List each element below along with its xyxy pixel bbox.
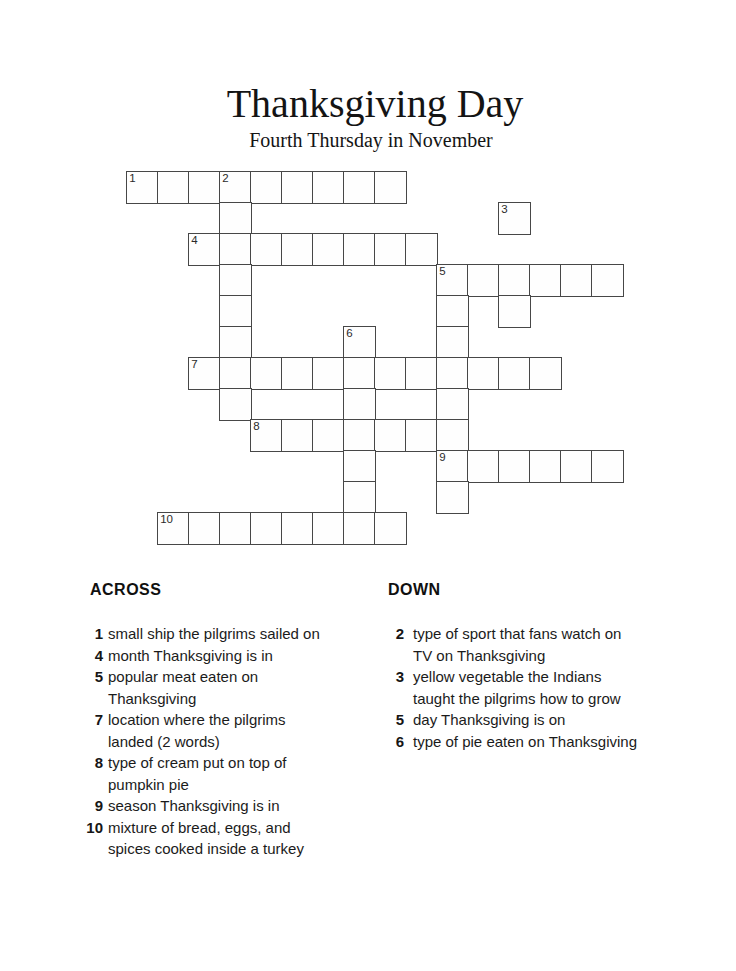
clue-number: 8 — [85, 752, 103, 774]
grid-cell[interactable] — [219, 326, 252, 359]
grid-cell[interactable] — [343, 481, 376, 514]
clue-number: 3 — [390, 666, 404, 688]
grid-cell[interactable]: 1 — [126, 171, 159, 204]
clue: 8type of cream put on top ofpumpkin pie — [85, 752, 365, 795]
clue-line: taught the pilgrims how to grow — [413, 688, 621, 710]
clue: 2type of sport that fans watch onTV on T… — [390, 623, 680, 666]
crossword-grid: 12345678910 — [127, 172, 623, 544]
clue-number: 9 — [85, 795, 103, 817]
grid-cell[interactable] — [343, 512, 376, 545]
clue-line: Thanksgiving — [108, 688, 258, 710]
grid-cell[interactable] — [281, 357, 314, 390]
clue-line: spices cooked inside a turkey — [108, 838, 304, 860]
grid-cell[interactable] — [219, 233, 252, 266]
grid-cell[interactable] — [312, 171, 345, 204]
clue-line: season Thanksgiving is in — [108, 795, 280, 817]
grid-cell[interactable] — [498, 450, 531, 483]
clue: 5popular meat eaten onThanksgiving — [85, 666, 365, 709]
grid-cell[interactable] — [219, 388, 252, 421]
clue-number: 1 — [85, 623, 103, 645]
grid-cell[interactable]: 2 — [219, 171, 252, 204]
grid-cell[interactable] — [405, 419, 438, 452]
grid-cell[interactable] — [374, 233, 407, 266]
grid-cell[interactable] — [250, 512, 283, 545]
grid-cell[interactable]: 6 — [343, 326, 376, 359]
cell-number: 7 — [191, 358, 197, 370]
grid-cell[interactable] — [498, 357, 531, 390]
grid-cell[interactable] — [343, 450, 376, 483]
clue: 6type of pie eaten on Thanksgiving — [390, 731, 680, 753]
cell-number: 2 — [222, 172, 228, 184]
grid-cell[interactable] — [312, 233, 345, 266]
grid-cell[interactable] — [529, 450, 562, 483]
cell-number: 8 — [253, 420, 259, 432]
clue-number: 10 — [85, 817, 103, 839]
grid-cell[interactable] — [250, 171, 283, 204]
clue-text: season Thanksgiving is in — [108, 795, 280, 817]
clue-number: 5 — [85, 666, 103, 688]
clue: 3yellow vegetable the Indianstaught the … — [390, 666, 680, 709]
page-subtitle: Fourth Thursday in November — [0, 130, 736, 150]
clue-line: pumpkin pie — [108, 774, 286, 796]
grid-cell[interactable] — [436, 388, 469, 421]
grid-cell[interactable] — [312, 512, 345, 545]
grid-cell[interactable] — [188, 171, 221, 204]
grid-cell[interactable] — [343, 357, 376, 390]
clue-number: 4 — [85, 645, 103, 667]
clue: 7location where the pilgrimslanded (2 wo… — [85, 709, 365, 752]
clue-line: yellow vegetable the Indians — [413, 666, 621, 688]
grid-cell[interactable] — [157, 171, 190, 204]
across-header: ACROSS — [90, 582, 161, 598]
cell-number: 10 — [160, 513, 173, 525]
grid-cell[interactable]: 9 — [436, 450, 469, 483]
grid-cell[interactable] — [498, 264, 531, 297]
clue-text: day Thanksgiving is on — [413, 709, 565, 731]
grid-cell[interactable] — [219, 512, 252, 545]
clue-line: type of sport that fans watch on — [413, 623, 621, 645]
cell-number: 9 — [439, 451, 445, 463]
clue-line: month Thanksgiving is in — [108, 645, 273, 667]
grid-cell[interactable] — [498, 295, 531, 328]
clue-line: location where the pilgrims — [108, 709, 286, 731]
down-header: DOWN — [388, 582, 441, 598]
grid-cell[interactable]: 7 — [188, 357, 221, 390]
clue-number: 6 — [390, 731, 404, 753]
clue-text: type of sport that fans watch onTV on Th… — [413, 623, 621, 666]
cell-number: 5 — [439, 265, 445, 277]
grid-cell[interactable] — [529, 264, 562, 297]
clue: 4month Thanksgiving is in — [85, 645, 365, 667]
grid-cell[interactable] — [219, 295, 252, 328]
grid-cell[interactable] — [529, 357, 562, 390]
clue: 5day Thanksgiving is on — [390, 709, 680, 731]
grid-cell[interactable] — [467, 357, 500, 390]
clue-line: small ship the pilgrims sailed on — [108, 623, 320, 645]
grid-cell[interactable] — [436, 357, 469, 390]
clue: 10mixture of bread, eggs, andspices cook… — [85, 817, 365, 860]
grid-cell[interactable]: 5 — [436, 264, 469, 297]
grid-cell[interactable] — [591, 450, 624, 483]
grid-cell[interactable]: 3 — [498, 202, 531, 235]
clue-text: month Thanksgiving is in — [108, 645, 273, 667]
grid-cell[interactable] — [405, 233, 438, 266]
cell-number: 4 — [191, 234, 197, 246]
clue-line: type of pie eaten on Thanksgiving — [413, 731, 637, 753]
grid-cell[interactable]: 4 — [188, 233, 221, 266]
grid-cell[interactable] — [312, 357, 345, 390]
clue-text: type of pie eaten on Thanksgiving — [413, 731, 637, 753]
cell-number: 3 — [501, 203, 507, 215]
clue: 1small ship the pilgrims sailed on — [85, 623, 365, 645]
cell-number: 1 — [129, 172, 135, 184]
clue-text: small ship the pilgrims sailed on — [108, 623, 320, 645]
grid-cell[interactable] — [591, 264, 624, 297]
grid-cell[interactable]: 10 — [157, 512, 190, 545]
grid-cell[interactable] — [281, 512, 314, 545]
across-clue-list: 1small ship the pilgrims sailed on4month… — [85, 623, 365, 860]
worksheet-page: Thanksgiving Day Fourth Thursday in Nove… — [0, 0, 736, 971]
clue-text: type of cream put on top ofpumpkin pie — [108, 752, 286, 795]
grid-cell[interactable] — [312, 419, 345, 452]
grid-cell[interactable] — [343, 388, 376, 421]
grid-cell[interactable] — [467, 450, 500, 483]
clue-line: TV on Thanksgiving — [413, 645, 621, 667]
grid-cell[interactable]: 8 — [250, 419, 283, 452]
grid-cell[interactable] — [467, 264, 500, 297]
clue-line: popular meat eaten on — [108, 666, 258, 688]
grid-cell[interactable] — [219, 202, 252, 235]
clue-line: landed (2 words) — [108, 731, 286, 753]
page-title: Thanksgiving Day — [0, 84, 736, 124]
clue: 9season Thanksgiving is in — [85, 795, 365, 817]
grid-cell[interactable] — [281, 419, 314, 452]
cell-number: 6 — [346, 327, 352, 339]
clue-line: type of cream put on top of — [108, 752, 286, 774]
grid-cell[interactable] — [436, 481, 469, 514]
grid-cell[interactable] — [343, 233, 376, 266]
clue-text: mixture of bread, eggs, andspices cooked… — [108, 817, 304, 860]
clue-line: mixture of bread, eggs, and — [108, 817, 304, 839]
grid-cell[interactable] — [560, 450, 593, 483]
grid-cell[interactable] — [219, 264, 252, 297]
grid-cell[interactable] — [281, 233, 314, 266]
grid-cell[interactable] — [436, 295, 469, 328]
clue-line: day Thanksgiving is on — [413, 709, 565, 731]
grid-cell[interactable] — [250, 357, 283, 390]
grid-cell[interactable] — [219, 357, 252, 390]
clue-number: 7 — [85, 709, 103, 731]
grid-cell[interactable] — [374, 171, 407, 204]
grid-cell[interactable] — [374, 419, 407, 452]
grid-cell[interactable] — [374, 512, 407, 545]
grid-cell[interactable] — [374, 357, 407, 390]
down-clue-list: 2type of sport that fans watch onTV on T… — [390, 623, 680, 752]
grid-cell[interactable] — [436, 419, 469, 452]
clue-number: 2 — [390, 623, 404, 645]
grid-cell[interactable] — [281, 171, 314, 204]
grid-cell[interactable] — [343, 171, 376, 204]
grid-cell[interactable] — [343, 419, 376, 452]
grid-cell[interactable] — [405, 357, 438, 390]
grid-cell[interactable] — [250, 233, 283, 266]
grid-cell[interactable] — [560, 264, 593, 297]
clue-text: location where the pilgrimslanded (2 wor… — [108, 709, 286, 752]
grid-cell[interactable] — [436, 326, 469, 359]
clue-text: popular meat eaten onThanksgiving — [108, 666, 258, 709]
clue-number: 5 — [390, 709, 404, 731]
clue-text: yellow vegetable the Indianstaught the p… — [413, 666, 621, 709]
grid-cell[interactable] — [188, 512, 221, 545]
